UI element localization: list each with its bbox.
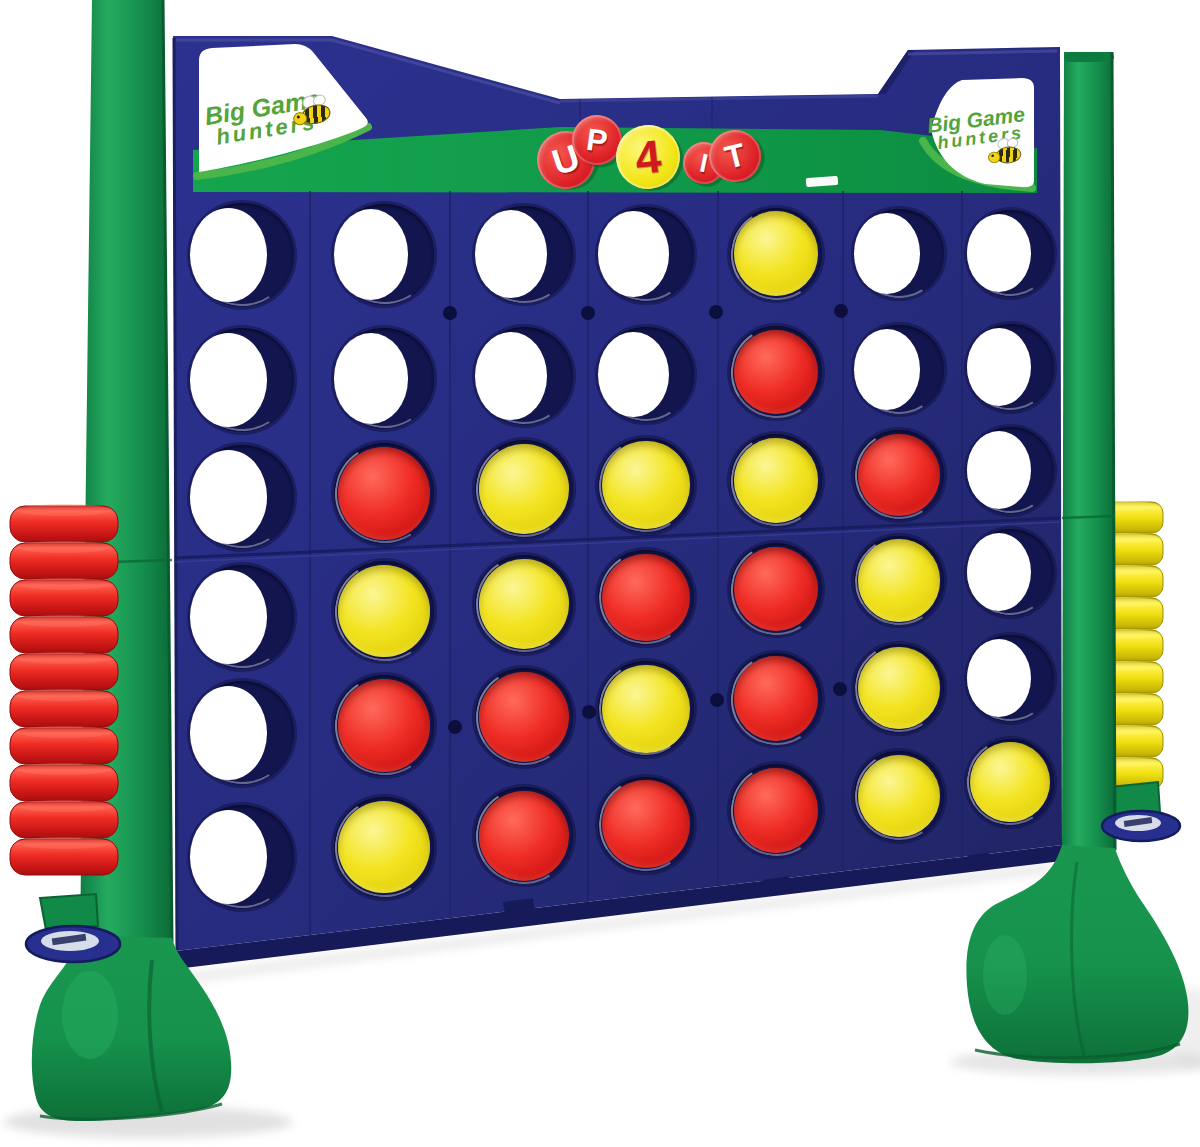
board-structure — [0, 0, 1200, 1147]
giant-connect-four-photo: UP4IT Big Game hunters Big Game hunters — [0, 0, 1200, 1147]
blue-base-ring — [26, 926, 120, 962]
right-post — [1062, 52, 1115, 850]
blue-base-ring-right — [1102, 811, 1180, 841]
stack-holder — [40, 894, 98, 930]
